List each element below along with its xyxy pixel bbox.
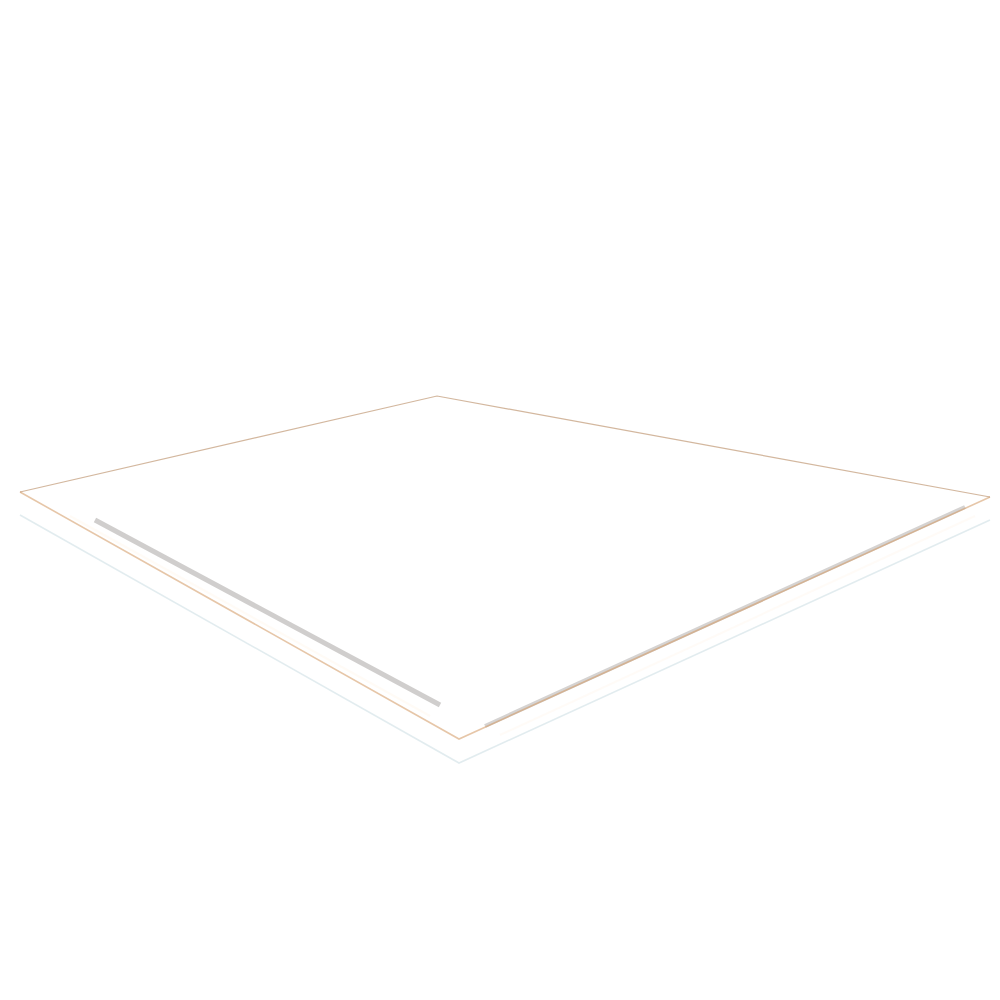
pieces-layer — [0, 0, 1000, 1000]
chess-set-product-photo — [0, 0, 1000, 1000]
